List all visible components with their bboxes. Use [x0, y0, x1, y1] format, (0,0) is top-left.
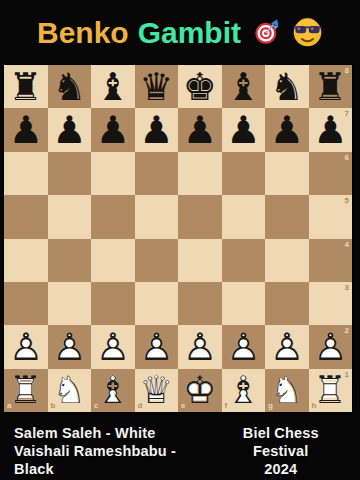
white-piece-outline: ♙ [222, 325, 266, 368]
piece-white-king[interactable]: ♚♔ [178, 369, 222, 412]
white-piece-outline: ♘ [265, 369, 309, 412]
square-h6[interactable]: 6 [309, 152, 353, 195]
black-piece-glyph: ♛ [135, 65, 179, 108]
piece-white-bishop[interactable]: ♝♗ [91, 369, 135, 412]
square-a4[interactable] [4, 239, 48, 282]
black-piece-glyph: ♜ [4, 65, 48, 108]
piece-black-bishop[interactable]: ♝ [91, 65, 135, 108]
piece-black-queen[interactable]: ♛ [135, 65, 179, 108]
white-piece-outline: ♙ [135, 325, 179, 368]
black-piece-glyph: ♟ [265, 108, 309, 151]
black-piece-glyph: ♟ [4, 108, 48, 151]
white-piece-outline: ♗ [222, 369, 266, 412]
piece-black-rook[interactable]: ♜ [4, 65, 48, 108]
square-a2[interactable]: ♟♙ [4, 325, 48, 368]
title-benko: Benko [37, 16, 129, 50]
white-piece-outline: ♙ [48, 325, 92, 368]
header: Benko Gambit [0, 0, 360, 65]
black-piece-glyph: ♟ [222, 108, 266, 151]
caption-bar: Salem Saleh - White Vaishali Rameshbabu … [0, 424, 360, 478]
square-b3[interactable] [48, 282, 92, 325]
square-a1[interactable]: a♜♖ [4, 369, 48, 412]
piece-white-pawn[interactable]: ♟♙ [222, 325, 266, 368]
dart-target-icon [252, 18, 281, 47]
square-f5[interactable] [222, 195, 266, 238]
white-piece-outline: ♘ [48, 369, 92, 412]
rank-label-4: 4 [345, 241, 349, 249]
square-c3[interactable] [91, 282, 135, 325]
square-g1[interactable]: g♞♘ [265, 369, 309, 412]
piece-white-bishop[interactable]: ♝♗ [222, 369, 266, 412]
rank-label-6: 6 [345, 154, 349, 162]
square-h3[interactable]: 3 [309, 282, 353, 325]
title-gambit: Gambit [138, 16, 241, 50]
square-e2[interactable]: ♟♙ [178, 325, 222, 368]
square-f6[interactable] [222, 152, 266, 195]
piece-white-knight[interactable]: ♞♘ [48, 369, 92, 412]
piece-black-pawn[interactable]: ♟ [48, 108, 92, 151]
square-e7[interactable]: ♟ [178, 108, 222, 151]
square-b7[interactable]: ♟ [48, 108, 92, 151]
rank-label-3: 3 [345, 284, 349, 292]
piece-black-pawn[interactable]: ♟ [309, 108, 353, 151]
black-piece-glyph: ♝ [222, 65, 266, 108]
black-piece-glyph: ♟ [178, 108, 222, 151]
square-a8[interactable]: ♜ [4, 65, 48, 108]
chess-board: ♜♞♝♛♚♝♞8♜♟♟♟♟♟♟♟7♟6543♟♙♟♙♟♙♟♙♟♙♟♙♟♙2♟♙a… [4, 65, 352, 412]
square-f4[interactable] [222, 239, 266, 282]
piece-black-rook[interactable]: ♜ [309, 65, 353, 108]
square-e5[interactable] [178, 195, 222, 238]
piece-black-pawn[interactable]: ♟ [222, 108, 266, 151]
square-h1[interactable]: 1h♜♖ [309, 369, 353, 412]
event-caption: Biel Chess Festival 2024 [215, 424, 347, 478]
rank-label-5: 5 [345, 197, 349, 205]
piece-white-pawn[interactable]: ♟♙ [265, 325, 309, 368]
square-e3[interactable] [178, 282, 222, 325]
square-a3[interactable] [4, 282, 48, 325]
square-c1[interactable]: c♝♗ [91, 369, 135, 412]
black-piece-glyph: ♟ [135, 108, 179, 151]
square-g8[interactable]: ♞ [265, 65, 309, 108]
piece-white-pawn[interactable]: ♟♙ [178, 325, 222, 368]
piece-white-pawn[interactable]: ♟♙ [309, 325, 353, 368]
square-f3[interactable] [222, 282, 266, 325]
square-f7[interactable]: ♟ [222, 108, 266, 151]
square-d2[interactable]: ♟♙ [135, 325, 179, 368]
square-h2[interactable]: 2♟♙ [309, 325, 353, 368]
square-b2[interactable]: ♟♙ [48, 325, 92, 368]
square-c2[interactable]: ♟♙ [91, 325, 135, 368]
square-d1[interactable]: d♛♕ [135, 369, 179, 412]
square-c8[interactable]: ♝ [91, 65, 135, 108]
square-d8[interactable]: ♛ [135, 65, 179, 108]
piece-black-pawn[interactable]: ♟ [4, 108, 48, 151]
white-piece-outline: ♕ [135, 369, 179, 412]
square-c4[interactable] [91, 239, 135, 282]
square-b5[interactable] [48, 195, 92, 238]
white-piece-outline: ♔ [178, 369, 222, 412]
event-year: 2024 [215, 460, 347, 478]
white-piece-outline: ♙ [265, 325, 309, 368]
square-g4[interactable] [265, 239, 309, 282]
square-e1[interactable]: e♚♔ [178, 369, 222, 412]
piece-white-rook[interactable]: ♜♖ [309, 369, 353, 412]
square-d7[interactable]: ♟ [135, 108, 179, 151]
square-d3[interactable] [135, 282, 179, 325]
square-f2[interactable]: ♟♙ [222, 325, 266, 368]
piece-white-knight[interactable]: ♞♘ [265, 369, 309, 412]
square-d5[interactable] [135, 195, 179, 238]
square-f8[interactable]: ♝ [222, 65, 266, 108]
piece-black-knight[interactable]: ♞ [48, 65, 92, 108]
square-a6[interactable] [4, 152, 48, 195]
square-h4[interactable]: 4 [309, 239, 353, 282]
black-piece-glyph: ♞ [265, 65, 309, 108]
square-h7[interactable]: 7♟ [309, 108, 353, 151]
square-e8[interactable]: ♚ [178, 65, 222, 108]
white-piece-outline: ♗ [91, 369, 135, 412]
square-c6[interactable] [91, 152, 135, 195]
square-c5[interactable] [91, 195, 135, 238]
piece-black-pawn[interactable]: ♟ [91, 108, 135, 151]
black-piece-glyph: ♟ [309, 108, 353, 151]
black-piece-glyph: ♚ [178, 65, 222, 108]
white-player-caption: Salem Saleh - White [14, 424, 215, 442]
square-c7[interactable]: ♟ [91, 108, 135, 151]
square-e6[interactable] [178, 152, 222, 195]
piece-black-pawn[interactable]: ♟ [265, 108, 309, 151]
square-e4[interactable] [178, 239, 222, 282]
piece-black-knight[interactable]: ♞ [265, 65, 309, 108]
square-b4[interactable] [48, 239, 92, 282]
white-piece-outline: ♖ [4, 369, 48, 412]
white-piece-outline: ♖ [309, 369, 353, 412]
square-b8[interactable]: ♞ [48, 65, 92, 108]
square-g6[interactable] [265, 152, 309, 195]
white-piece-outline: ♙ [91, 325, 135, 368]
white-piece-outline: ♙ [309, 325, 353, 368]
piece-white-pawn[interactable]: ♟♙ [48, 325, 92, 368]
square-g3[interactable] [265, 282, 309, 325]
piece-white-pawn[interactable]: ♟♙ [4, 325, 48, 368]
square-a5[interactable] [4, 195, 48, 238]
black-piece-glyph: ♟ [91, 108, 135, 151]
square-g7[interactable]: ♟ [265, 108, 309, 151]
white-piece-outline: ♙ [178, 325, 222, 368]
piece-white-pawn[interactable]: ♟♙ [135, 325, 179, 368]
piece-black-bishop[interactable]: ♝ [222, 65, 266, 108]
piece-white-rook[interactable]: ♜♖ [4, 369, 48, 412]
square-g5[interactable] [265, 195, 309, 238]
sunglasses-face-icon [292, 17, 323, 48]
square-a7[interactable]: ♟ [4, 108, 48, 151]
players-caption: Salem Saleh - White Vaishali Rameshbabu … [14, 424, 215, 478]
piece-black-king[interactable]: ♚ [178, 65, 222, 108]
event-name: Biel Chess Festival [215, 424, 347, 460]
square-g2[interactable]: ♟♙ [265, 325, 309, 368]
black-piece-glyph: ♟ [48, 108, 92, 151]
white-piece-outline: ♙ [4, 325, 48, 368]
black-player-caption: Vaishali Rameshbabu - Black [14, 442, 215, 478]
black-piece-glyph: ♝ [91, 65, 135, 108]
page-title: Benko Gambit [37, 16, 241, 50]
black-piece-glyph: ♞ [48, 65, 92, 108]
square-h5[interactable]: 5 [309, 195, 353, 238]
square-d6[interactable] [135, 152, 179, 195]
square-b1[interactable]: b♞♘ [48, 369, 92, 412]
piece-black-pawn[interactable]: ♟ [178, 108, 222, 151]
piece-white-queen[interactable]: ♛♕ [135, 369, 179, 412]
piece-white-pawn[interactable]: ♟♙ [91, 325, 135, 368]
piece-black-pawn[interactable]: ♟ [135, 108, 179, 151]
square-b6[interactable] [48, 152, 92, 195]
black-piece-glyph: ♜ [309, 65, 353, 108]
square-f1[interactable]: f♝♗ [222, 369, 266, 412]
square-d4[interactable] [135, 239, 179, 282]
square-h8[interactable]: 8♜ [309, 65, 353, 108]
